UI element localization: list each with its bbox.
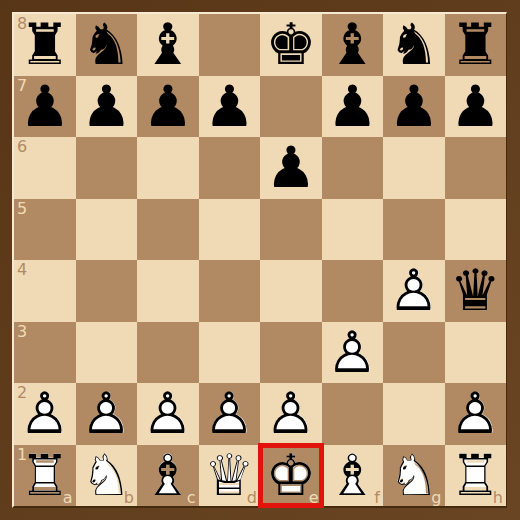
square-g1[interactable]: g♞♘ xyxy=(383,445,445,507)
square-f3[interactable]: ♟♙ xyxy=(322,322,384,384)
piece-white-pawn[interactable]: ♙ xyxy=(137,383,199,445)
piece-white-pawn-fill: ♟ xyxy=(76,383,138,445)
square-d2[interactable]: ♟♙ xyxy=(199,383,261,445)
square-b8[interactable]: ♞ xyxy=(76,14,138,76)
file-label-b: b xyxy=(124,488,134,507)
file-label-e: e xyxy=(309,488,319,507)
square-b6[interactable] xyxy=(76,137,138,199)
square-g7[interactable]: ♟ xyxy=(383,76,445,138)
piece-black-king[interactable]: ♚ xyxy=(260,14,322,76)
square-g2[interactable] xyxy=(383,383,445,445)
piece-white-pawn[interactable]: ♙ xyxy=(14,383,76,445)
square-a7[interactable]: 7♟ xyxy=(14,76,76,138)
chess-board-frame: 8♜♞♝♚♝♞♜7♟♟♟♟♟♟♟6♟54♟♙♛3♟♙2♟♙♟♙♟♙♟♙♟♙♟♙1… xyxy=(0,0,520,520)
square-c6[interactable] xyxy=(137,137,199,199)
square-g5[interactable] xyxy=(383,199,445,261)
square-g4[interactable]: ♟♙ xyxy=(383,260,445,322)
rank-label-3: 3 xyxy=(17,322,27,341)
rank-label-5: 5 xyxy=(17,199,27,218)
square-e1[interactable]: e♚♔ xyxy=(260,445,322,507)
piece-white-king[interactable]: ♔ xyxy=(260,445,322,507)
square-d8[interactable] xyxy=(199,14,261,76)
square-e4[interactable] xyxy=(260,260,322,322)
square-f6[interactable] xyxy=(322,137,384,199)
square-c3[interactable] xyxy=(137,322,199,384)
square-c2[interactable]: ♟♙ xyxy=(137,383,199,445)
piece-black-knight[interactable]: ♞ xyxy=(383,14,445,76)
square-e7[interactable] xyxy=(260,76,322,138)
piece-white-pawn[interactable]: ♙ xyxy=(76,383,138,445)
piece-white-knight[interactable]: ♘ xyxy=(383,445,445,507)
piece-white-pawn-fill: ♟ xyxy=(445,383,507,445)
piece-white-pawn[interactable]: ♙ xyxy=(445,383,507,445)
square-e6[interactable]: ♟ xyxy=(260,137,322,199)
square-a6[interactable]: 6 xyxy=(14,137,76,199)
square-d3[interactable] xyxy=(199,322,261,384)
piece-black-bishop[interactable]: ♝ xyxy=(137,14,199,76)
square-h5[interactable] xyxy=(445,199,507,261)
piece-white-knight-fill: ♞ xyxy=(76,445,138,507)
square-d6[interactable] xyxy=(199,137,261,199)
square-f4[interactable] xyxy=(322,260,384,322)
square-c7[interactable]: ♟ xyxy=(137,76,199,138)
square-c5[interactable] xyxy=(137,199,199,261)
rank-label-2: 2 xyxy=(17,383,27,402)
square-a1[interactable]: 1a♜♖ xyxy=(14,445,76,507)
square-h1[interactable]: h♜♖ xyxy=(445,445,507,507)
piece-white-pawn-fill: ♟ xyxy=(383,260,445,322)
piece-white-pawn[interactable]: ♙ xyxy=(322,322,384,384)
piece-white-pawn-fill: ♟ xyxy=(322,322,384,384)
square-h3[interactable] xyxy=(445,322,507,384)
square-e5[interactable] xyxy=(260,199,322,261)
square-a8[interactable]: 8♜ xyxy=(14,14,76,76)
square-a4[interactable]: 4 xyxy=(14,260,76,322)
square-e3[interactable] xyxy=(260,322,322,384)
square-f2[interactable] xyxy=(322,383,384,445)
piece-white-bishop-fill: ♝ xyxy=(322,445,384,507)
file-label-g: g xyxy=(431,488,441,507)
square-d7[interactable]: ♟ xyxy=(199,76,261,138)
square-h2[interactable]: ♟♙ xyxy=(445,383,507,445)
rank-label-8: 8 xyxy=(17,14,27,33)
piece-black-pawn[interactable]: ♟ xyxy=(14,76,76,138)
piece-black-pawn[interactable]: ♟ xyxy=(260,137,322,199)
square-b2[interactable]: ♟♙ xyxy=(76,383,138,445)
square-d5[interactable] xyxy=(199,199,261,261)
square-g6[interactable] xyxy=(383,137,445,199)
rank-label-4: 4 xyxy=(17,260,27,279)
square-d4[interactable] xyxy=(199,260,261,322)
square-e2[interactable]: ♟♙ xyxy=(260,383,322,445)
file-label-c: c xyxy=(187,488,196,507)
square-b5[interactable] xyxy=(76,199,138,261)
file-label-h: h xyxy=(493,488,503,507)
piece-black-pawn[interactable]: ♟ xyxy=(445,76,507,138)
square-h4[interactable]: ♛ xyxy=(445,260,507,322)
rank-label-1: 1 xyxy=(17,445,27,464)
piece-black-pawn[interactable]: ♟ xyxy=(322,76,384,138)
piece-white-knight[interactable]: ♘ xyxy=(76,445,138,507)
piece-white-pawn[interactable]: ♙ xyxy=(260,383,322,445)
piece-white-pawn[interactable]: ♙ xyxy=(199,383,261,445)
piece-white-rook[interactable]: ♖ xyxy=(14,445,76,507)
file-label-a: a xyxy=(63,488,73,507)
piece-white-king-fill: ♚ xyxy=(260,445,322,507)
file-label-d: d xyxy=(247,488,257,507)
piece-white-rook-fill: ♜ xyxy=(14,445,76,507)
piece-black-knight[interactable]: ♞ xyxy=(76,14,138,76)
square-a5[interactable]: 5 xyxy=(14,199,76,261)
rank-label-7: 7 xyxy=(17,76,27,95)
piece-white-rook-fill: ♜ xyxy=(445,445,507,507)
file-label-f: f xyxy=(374,488,380,507)
piece-black-pawn[interactable]: ♟ xyxy=(383,76,445,138)
piece-white-pawn-fill: ♟ xyxy=(260,383,322,445)
square-h7[interactable]: ♟ xyxy=(445,76,507,138)
piece-white-queen[interactable]: ♕ xyxy=(199,445,261,507)
piece-white-pawn-fill: ♟ xyxy=(137,383,199,445)
square-b3[interactable] xyxy=(76,322,138,384)
piece-white-knight-fill: ♞ xyxy=(383,445,445,507)
piece-black-pawn[interactable]: ♟ xyxy=(199,76,261,138)
piece-white-pawn-fill: ♟ xyxy=(199,383,261,445)
piece-black-rook[interactable]: ♜ xyxy=(445,14,507,76)
square-g3[interactable] xyxy=(383,322,445,384)
square-b4[interactable] xyxy=(76,260,138,322)
square-h8[interactable]: ♜ xyxy=(445,14,507,76)
square-b1[interactable]: b♞♘ xyxy=(76,445,138,507)
piece-white-queen-fill: ♛ xyxy=(199,445,261,507)
piece-white-bishop[interactable]: ♗ xyxy=(137,445,199,507)
square-a3[interactable]: 3 xyxy=(14,322,76,384)
piece-black-pawn[interactable]: ♟ xyxy=(76,76,138,138)
piece-white-bishop-fill: ♝ xyxy=(137,445,199,507)
piece-white-pawn-fill: ♟ xyxy=(14,383,76,445)
square-a2[interactable]: 2♟♙ xyxy=(14,383,76,445)
piece-black-rook[interactable]: ♜ xyxy=(14,14,76,76)
square-b7[interactable]: ♟ xyxy=(76,76,138,138)
square-e8[interactable]: ♚ xyxy=(260,14,322,76)
square-f8[interactable]: ♝ xyxy=(322,14,384,76)
square-c1[interactable]: c♝♗ xyxy=(137,445,199,507)
square-c8[interactable]: ♝ xyxy=(137,14,199,76)
piece-white-bishop[interactable]: ♗ xyxy=(322,445,384,507)
square-f5[interactable] xyxy=(322,199,384,261)
piece-black-pawn[interactable]: ♟ xyxy=(137,76,199,138)
piece-white-rook[interactable]: ♖ xyxy=(445,445,507,507)
square-f1[interactable]: f♝♗ xyxy=(322,445,384,507)
square-d1[interactable]: d♛♕ xyxy=(199,445,261,507)
checkmate-highlight-box xyxy=(258,443,324,509)
chess-board: 8♜♞♝♚♝♞♜7♟♟♟♟♟♟♟6♟54♟♙♛3♟♙2♟♙♟♙♟♙♟♙♟♙♟♙1… xyxy=(12,12,507,508)
piece-black-queen[interactable]: ♛ xyxy=(445,260,507,322)
rank-label-6: 6 xyxy=(17,137,27,156)
square-h6[interactable] xyxy=(445,137,507,199)
piece-black-bishop[interactable]: ♝ xyxy=(322,14,384,76)
square-f7[interactable]: ♟ xyxy=(322,76,384,138)
piece-white-pawn[interactable]: ♙ xyxy=(383,260,445,322)
square-c4[interactable] xyxy=(137,260,199,322)
square-g8[interactable]: ♞ xyxy=(383,14,445,76)
